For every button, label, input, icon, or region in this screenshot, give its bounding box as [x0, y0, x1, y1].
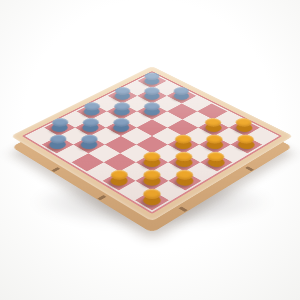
checker-piece-yellow[interactable]: [172, 138, 195, 151]
checker-piece-blue[interactable]: [171, 90, 192, 101]
checker-piece-blue[interactable]: [81, 106, 103, 118]
checker-piece-blue[interactable]: [111, 106, 133, 118]
square-light: [152, 181, 185, 200]
square-light: [185, 162, 218, 181]
square-light: [119, 162, 152, 181]
hinge-notch: [179, 207, 188, 212]
checker-piece-blue[interactable]: [141, 106, 163, 118]
square-dark[interactable]: [168, 153, 200, 171]
checker-piece-blue[interactable]: [79, 122, 101, 134]
checker-piece-yellow[interactable]: [107, 174, 131, 188]
hinge-notch: [97, 195, 106, 200]
square-dark[interactable]: [105, 136, 136, 153]
checker-piece-yellow[interactable]: [233, 122, 255, 134]
product-photo-checkers-set: [0, 0, 300, 300]
square-dark[interactable]: [72, 153, 104, 171]
square-light: [88, 145, 120, 163]
square-light: [152, 145, 184, 163]
square-dark[interactable]: [136, 136, 167, 153]
checker-piece-yellow[interactable]: [172, 156, 195, 169]
hinge-notch: [245, 166, 254, 171]
checker-piece-yellow[interactable]: [235, 138, 258, 151]
square-light: [119, 181, 152, 200]
checker-piece-blue[interactable]: [78, 138, 101, 151]
checker-piece-blue[interactable]: [141, 90, 162, 101]
checker-piece-yellow[interactable]: [140, 174, 164, 188]
square-dark[interactable]: [136, 171, 169, 190]
square-light: [57, 145, 89, 163]
square-dark[interactable]: [200, 153, 232, 171]
checker-piece-blue[interactable]: [46, 138, 69, 151]
square-dark[interactable]: [135, 190, 169, 210]
square-dark[interactable]: [168, 171, 201, 190]
checker-piece-yellow[interactable]: [173, 174, 197, 188]
checker-piece-yellow[interactable]: [203, 138, 226, 151]
square-dark[interactable]: [103, 171, 136, 190]
square-dark[interactable]: [168, 136, 199, 153]
square-light: [152, 162, 185, 181]
square-dark[interactable]: [231, 136, 262, 153]
square-dark[interactable]: [42, 136, 73, 153]
hinge-notch: [51, 167, 60, 172]
square-light: [216, 145, 248, 163]
checker-piece-blue[interactable]: [48, 122, 70, 134]
checker-piece-yellow[interactable]: [202, 122, 224, 134]
checker-piece-blue[interactable]: [112, 90, 133, 101]
square-light: [120, 145, 152, 163]
square-dark[interactable]: [136, 153, 168, 171]
square-dark[interactable]: [104, 153, 136, 171]
checker-piece-blue[interactable]: [110, 122, 132, 134]
square-dark[interactable]: [73, 136, 104, 153]
checker-piece-yellow[interactable]: [205, 156, 228, 169]
checker-piece-blue[interactable]: [141, 76, 162, 87]
square-light: [184, 145, 216, 163]
square-dark[interactable]: [199, 136, 230, 153]
square-light: [87, 162, 120, 181]
checker-piece-yellow[interactable]: [140, 156, 163, 169]
checker-piece-yellow[interactable]: [140, 193, 164, 207]
